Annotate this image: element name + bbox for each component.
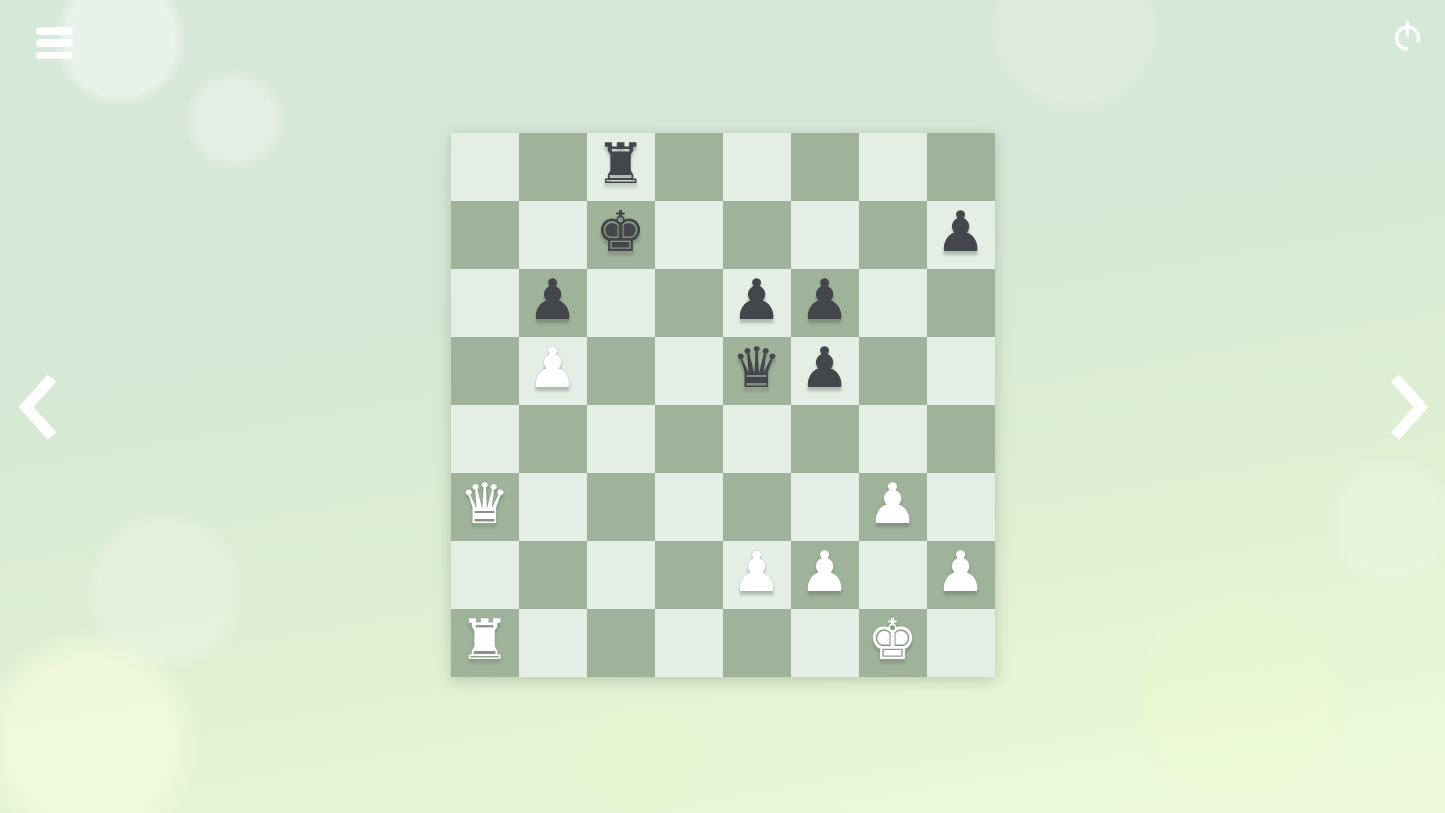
square-g8[interactable] bbox=[859, 133, 927, 201]
square-a2[interactable] bbox=[451, 541, 519, 609]
square-e2[interactable]: ♟ bbox=[723, 541, 791, 609]
square-e1[interactable] bbox=[723, 609, 791, 677]
square-f2[interactable]: ♟ bbox=[791, 541, 859, 609]
square-a3[interactable]: ♛ bbox=[451, 473, 519, 541]
square-g1[interactable]: ♚ bbox=[859, 609, 927, 677]
square-h6[interactable] bbox=[927, 269, 995, 337]
black-queen[interactable]: ♛ bbox=[731, 340, 781, 396]
white-queen[interactable]: ♛ bbox=[459, 476, 509, 532]
square-d1[interactable] bbox=[655, 609, 723, 677]
square-a8[interactable] bbox=[451, 133, 519, 201]
square-a7[interactable] bbox=[451, 201, 519, 269]
square-e8[interactable] bbox=[723, 133, 791, 201]
square-b2[interactable] bbox=[519, 541, 587, 609]
white-pawn[interactable]: ♟ bbox=[731, 544, 781, 600]
square-h3[interactable] bbox=[927, 473, 995, 541]
black-pawn[interactable]: ♟ bbox=[731, 272, 781, 328]
next-puzzle-button[interactable] bbox=[1389, 372, 1429, 442]
square-a4[interactable] bbox=[451, 405, 519, 473]
square-a1[interactable]: ♜ bbox=[451, 609, 519, 677]
chevron-left-icon bbox=[18, 372, 58, 442]
white-pawn[interactable]: ♟ bbox=[799, 544, 849, 600]
square-h4[interactable] bbox=[927, 405, 995, 473]
square-e4[interactable] bbox=[723, 405, 791, 473]
square-c8[interactable]: ♜ bbox=[587, 133, 655, 201]
hamburger-icon bbox=[36, 27, 73, 35]
square-f1[interactable] bbox=[791, 609, 859, 677]
black-king[interactable]: ♚ bbox=[595, 204, 645, 260]
square-d6[interactable] bbox=[655, 269, 723, 337]
hamburger-icon bbox=[36, 39, 73, 47]
square-a6[interactable] bbox=[451, 269, 519, 337]
square-c7[interactable]: ♚ bbox=[587, 201, 655, 269]
black-pawn[interactable]: ♟ bbox=[527, 272, 577, 328]
square-e7[interactable] bbox=[723, 201, 791, 269]
square-d7[interactable] bbox=[655, 201, 723, 269]
white-pawn[interactable]: ♟ bbox=[527, 340, 577, 396]
square-g3[interactable]: ♟ bbox=[859, 473, 927, 541]
square-b6[interactable]: ♟ bbox=[519, 269, 587, 337]
square-f3[interactable] bbox=[791, 473, 859, 541]
square-a5[interactable] bbox=[451, 337, 519, 405]
square-e3[interactable] bbox=[723, 473, 791, 541]
square-d5[interactable] bbox=[655, 337, 723, 405]
square-d3[interactable] bbox=[655, 473, 723, 541]
square-h2[interactable]: ♟ bbox=[927, 541, 995, 609]
square-d2[interactable] bbox=[655, 541, 723, 609]
square-f7[interactable] bbox=[791, 201, 859, 269]
square-h8[interactable] bbox=[927, 133, 995, 201]
white-rook[interactable]: ♜ bbox=[459, 612, 509, 668]
square-b7[interactable] bbox=[519, 201, 587, 269]
chevron-right-icon bbox=[1389, 372, 1429, 442]
square-d4[interactable] bbox=[655, 405, 723, 473]
square-g7[interactable] bbox=[859, 201, 927, 269]
square-b3[interactable] bbox=[519, 473, 587, 541]
square-f4[interactable] bbox=[791, 405, 859, 473]
hamburger-icon bbox=[36, 52, 73, 60]
square-c6[interactable] bbox=[587, 269, 655, 337]
square-b8[interactable] bbox=[519, 133, 587, 201]
square-h5[interactable] bbox=[927, 337, 995, 405]
square-e5[interactable]: ♛ bbox=[723, 337, 791, 405]
square-g5[interactable] bbox=[859, 337, 927, 405]
power-icon bbox=[1392, 21, 1423, 52]
square-c5[interactable] bbox=[587, 337, 655, 405]
menu-button[interactable] bbox=[36, 27, 73, 59]
square-c4[interactable] bbox=[587, 405, 655, 473]
black-rook[interactable]: ♜ bbox=[595, 136, 645, 192]
black-pawn[interactable]: ♟ bbox=[799, 340, 849, 396]
square-g2[interactable] bbox=[859, 541, 927, 609]
power-button[interactable] bbox=[1392, 21, 1423, 52]
square-h7[interactable]: ♟ bbox=[927, 201, 995, 269]
white-king[interactable]: ♚ bbox=[867, 612, 917, 668]
square-c1[interactable] bbox=[587, 609, 655, 677]
square-g4[interactable] bbox=[859, 405, 927, 473]
white-pawn[interactable]: ♟ bbox=[935, 544, 985, 600]
app-background: { "game": "chess", "header": { "menu_ico… bbox=[0, 0, 1445, 813]
square-g6[interactable] bbox=[859, 269, 927, 337]
black-pawn[interactable]: ♟ bbox=[935, 204, 985, 260]
prev-puzzle-button[interactable] bbox=[18, 372, 58, 442]
square-b5[interactable]: ♟ bbox=[519, 337, 587, 405]
square-c2[interactable] bbox=[587, 541, 655, 609]
square-d8[interactable] bbox=[655, 133, 723, 201]
square-c3[interactable] bbox=[587, 473, 655, 541]
square-b1[interactable] bbox=[519, 609, 587, 677]
square-f6[interactable]: ♟ bbox=[791, 269, 859, 337]
square-f5[interactable]: ♟ bbox=[791, 337, 859, 405]
square-h1[interactable] bbox=[927, 609, 995, 677]
white-pawn[interactable]: ♟ bbox=[867, 476, 917, 532]
chess-board: ♜♚♟♟♟♟♟♛♟♛♟♟♟♟♜♚ bbox=[451, 133, 995, 677]
black-pawn[interactable]: ♟ bbox=[799, 272, 849, 328]
square-f8[interactable] bbox=[791, 133, 859, 201]
square-e6[interactable]: ♟ bbox=[723, 269, 791, 337]
square-b4[interactable] bbox=[519, 405, 587, 473]
